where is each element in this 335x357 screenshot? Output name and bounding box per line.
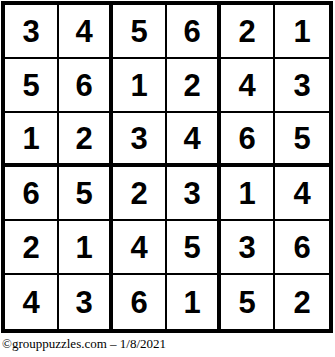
cell-r6c1: 4 (5, 275, 59, 329)
page: 345621561243123465652314214536436152 ©gr… (0, 0, 335, 357)
cell-r2c3: 1 (113, 59, 167, 113)
cell-r4c5: 1 (221, 167, 275, 221)
cell-r6c5: 5 (221, 275, 275, 329)
cell-r3c5: 6 (221, 113, 275, 167)
cell-r5c5: 3 (221, 221, 275, 275)
cell-r4c6: 4 (275, 167, 329, 221)
copyright-text: ©grouppuzzles.com – 1/8/2021 (2, 336, 166, 352)
cell-r4c4: 3 (167, 167, 221, 221)
cell-r6c2: 3 (59, 275, 113, 329)
cell-r1c4: 6 (167, 5, 221, 59)
cell-r3c6: 5 (275, 113, 329, 167)
cell-r5c6: 6 (275, 221, 329, 275)
cell-r2c1: 5 (5, 59, 59, 113)
cell-r4c1: 6 (5, 167, 59, 221)
cell-r1c1: 3 (5, 5, 59, 59)
cell-r2c4: 2 (167, 59, 221, 113)
cell-r1c2: 4 (59, 5, 113, 59)
cell-r5c2: 1 (59, 221, 113, 275)
cell-r1c5: 2 (221, 5, 275, 59)
cell-r3c1: 1 (5, 113, 59, 167)
cell-r6c6: 2 (275, 275, 329, 329)
cell-r3c2: 2 (59, 113, 113, 167)
cell-r6c4: 1 (167, 275, 221, 329)
cell-r3c3: 3 (113, 113, 167, 167)
cell-r2c6: 3 (275, 59, 329, 113)
cell-r5c4: 5 (167, 221, 221, 275)
cell-r2c2: 6 (59, 59, 113, 113)
cell-r4c2: 5 (59, 167, 113, 221)
cell-r2c5: 4 (221, 59, 275, 113)
cell-r5c1: 2 (5, 221, 59, 275)
cell-r5c3: 4 (113, 221, 167, 275)
sudoku-board: 345621561243123465652314214536436152 (1, 1, 333, 333)
cell-r1c6: 1 (275, 5, 329, 59)
cell-r3c4: 4 (167, 113, 221, 167)
cell-r1c3: 5 (113, 5, 167, 59)
cell-r4c3: 2 (113, 167, 167, 221)
cell-r6c3: 6 (113, 275, 167, 329)
